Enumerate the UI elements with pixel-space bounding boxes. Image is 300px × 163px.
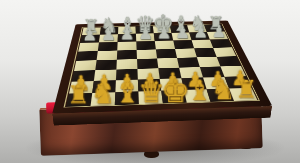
piece-silver-pawn: ♟: [138, 25, 153, 42]
board-square: [210, 39, 232, 48]
board-square: ♟: [99, 34, 118, 42]
piece-gold-bishop: ♝: [187, 77, 212, 105]
board-square: ♟: [136, 33, 155, 41]
board-square: ♟: [172, 32, 192, 40]
piece-gold-rook: ♜: [67, 83, 90, 108]
board-square: [117, 50, 137, 60]
board-frame: ♜♞♝♛♚♝♞♜♟♟♟♟♟♟♟♟♟♟♟♟♟♟♟♟♜♞♝♛♚♝♞♜: [52, 21, 272, 114]
board-square: [137, 49, 157, 59]
piece-gold-bishop: ♝: [114, 79, 139, 107]
board-square: [197, 57, 221, 67]
piece-gold-knight: ♞: [210, 76, 235, 103]
chess-board-grid: ♜♞♝♛♚♝♞♜♟♟♟♟♟♟♟♟♟♟♟♟♟♟♟♟♜♞♝♛♚♝♞♜: [66, 24, 257, 106]
board-square: ♚: [161, 90, 187, 104]
piece-silver-pawn: ♟: [82, 27, 97, 44]
board-square: ♝: [115, 91, 139, 105]
piece-gold-knight: ♞: [90, 80, 115, 108]
piece-gold-rook: ♜: [235, 77, 257, 102]
piece-silver-pawn: ♟: [175, 24, 190, 41]
board-square: [97, 50, 118, 60]
piece-silver-pawn: ♟: [157, 25, 172, 42]
piece-silver-pawn: ♟: [211, 23, 226, 40]
board-square: ♛: [138, 91, 163, 105]
board-square: [95, 60, 117, 71]
board-square: [116, 59, 137, 69]
piece-gold-queen: ♛: [138, 77, 165, 107]
board-square: ♟: [207, 32, 228, 40]
board-square: ♟: [189, 32, 210, 40]
board-square: ♜: [66, 93, 92, 107]
board-square: ♟: [80, 35, 100, 43]
board-square: [136, 41, 156, 50]
board-square: [137, 58, 158, 68]
board-square: ♟: [118, 34, 137, 42]
board-square: ♟: [154, 33, 173, 41]
board-square: [78, 43, 99, 52]
board-square: [76, 51, 98, 61]
board-square: ♞: [91, 92, 116, 106]
piece-silver-pawn: ♟: [101, 26, 116, 43]
product-photo-scene: ♜♞♝♛♚♝♞♜♟♟♟♟♟♟♟♟♟♟♟♟♟♟♟♟♜♞♝♛♚♝♞♜: [0, 0, 300, 163]
board-square: [117, 42, 136, 51]
board-square: [156, 49, 177, 59]
board-square: [217, 56, 241, 66]
board-square: [157, 58, 179, 68]
piece-silver-pawn: ♟: [193, 24, 208, 41]
piece-gold-king: ♚: [161, 74, 190, 107]
chess-board: ♜♞♝♛♚♝♞♜♟♟♟♟♟♟♟♟♟♟♟♟♟♟♟♟♜♞♝♛♚♝♞♜: [52, 21, 272, 114]
piece-silver-pawn: ♟: [119, 26, 134, 43]
